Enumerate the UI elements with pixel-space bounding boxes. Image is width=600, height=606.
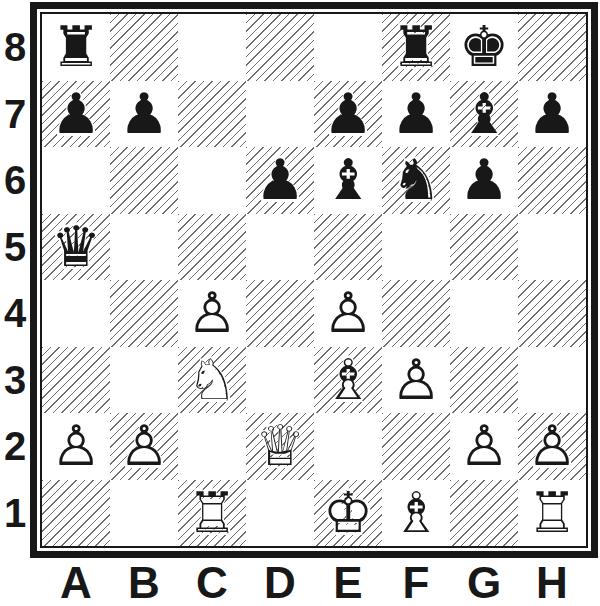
square-d4[interactable] <box>246 280 314 347</box>
square-b1[interactable] <box>110 480 178 547</box>
black-rook-icon: ♜♜ <box>42 14 110 81</box>
square-g1[interactable] <box>450 480 518 547</box>
square-d8[interactable] <box>246 14 314 81</box>
black-pawn-icon: ♟♟ <box>314 81 382 148</box>
square-c5[interactable] <box>178 214 246 281</box>
square-e8[interactable] <box>314 14 382 81</box>
white-pawn-icon: ♟♙ <box>314 280 382 347</box>
file-label-e: E <box>314 560 382 606</box>
square-g5[interactable] <box>450 214 518 281</box>
white-bishop-icon: ♝♗ <box>314 347 382 414</box>
white-pawn-icon: ♟♙ <box>178 280 246 347</box>
white-king-icon: ♚♔ <box>314 480 382 547</box>
white-rook-icon: ♜♖ <box>518 480 586 547</box>
white-pawn-icon: ♟♙ <box>518 413 586 480</box>
rank-labels: 87654321 <box>0 14 30 546</box>
square-g7[interactable]: ♝♝ <box>450 81 518 148</box>
file-labels: ABCDEFGH <box>42 560 586 606</box>
square-a3[interactable] <box>42 347 110 414</box>
rank-label-7: 7 <box>0 81 30 148</box>
black-rook-icon: ♜♜ <box>382 14 450 81</box>
white-pawn-icon: ♟♙ <box>382 347 450 414</box>
square-b3[interactable] <box>110 347 178 414</box>
rank-label-3: 3 <box>0 347 30 414</box>
file-label-h: H <box>518 560 586 606</box>
file-label-d: D <box>246 560 314 606</box>
file-label-a: A <box>42 560 110 606</box>
square-e6[interactable]: ♝♝ <box>314 147 382 214</box>
square-e3[interactable]: ♝♗ <box>314 347 382 414</box>
chess-diagram: 87654321 ♜♜♜♜♚♚♟♟♟♟♟♟♟♟♝♝♟♟♟♟♝♝♞♞♟♟♛♛♟♙♟… <box>0 0 600 606</box>
square-d5[interactable] <box>246 214 314 281</box>
square-f1[interactable]: ♝♗ <box>382 480 450 547</box>
rank-label-1: 1 <box>0 480 30 547</box>
white-pawn-icon: ♟♙ <box>110 413 178 480</box>
square-b5[interactable] <box>110 214 178 281</box>
black-pawn-icon: ♟♟ <box>518 81 586 148</box>
square-h7[interactable]: ♟♟ <box>518 81 586 148</box>
square-c8[interactable] <box>178 14 246 81</box>
white-rook-icon: ♜♖ <box>178 480 246 547</box>
square-d6[interactable]: ♟♟ <box>246 147 314 214</box>
square-f4[interactable] <box>382 280 450 347</box>
file-label-f: F <box>382 560 450 606</box>
square-f7[interactable]: ♟♟ <box>382 81 450 148</box>
square-e1[interactable]: ♚♔ <box>314 480 382 547</box>
square-f5[interactable] <box>382 214 450 281</box>
square-a7[interactable]: ♟♟ <box>42 81 110 148</box>
black-bishop-icon: ♝♝ <box>450 81 518 148</box>
square-a1[interactable] <box>42 480 110 547</box>
square-e4[interactable]: ♟♙ <box>314 280 382 347</box>
black-pawn-icon: ♟♟ <box>246 147 314 214</box>
square-e7[interactable]: ♟♟ <box>314 81 382 148</box>
square-b8[interactable] <box>110 14 178 81</box>
square-f6[interactable]: ♞♞ <box>382 147 450 214</box>
square-g8[interactable]: ♚♚ <box>450 14 518 81</box>
square-c1[interactable]: ♜♖ <box>178 480 246 547</box>
square-b4[interactable] <box>110 280 178 347</box>
square-h5[interactable] <box>518 214 586 281</box>
board-frame: ♜♜♜♜♚♚♟♟♟♟♟♟♟♟♝♝♟♟♟♟♝♝♞♞♟♟♛♛♟♙♟♙♞♘♝♗♟♙♟♙… <box>30 2 598 558</box>
board-grid: ♜♜♜♜♚♚♟♟♟♟♟♟♟♟♝♝♟♟♟♟♝♝♞♞♟♟♛♛♟♙♟♙♞♘♝♗♟♙♟♙… <box>42 14 586 546</box>
square-d2[interactable]: ♛♕ <box>246 413 314 480</box>
black-pawn-icon: ♟♟ <box>110 81 178 148</box>
square-g6[interactable]: ♟♟ <box>450 147 518 214</box>
rank-label-4: 4 <box>0 280 30 347</box>
square-c3[interactable]: ♞♘ <box>178 347 246 414</box>
black-pawn-icon: ♟♟ <box>450 147 518 214</box>
square-a6[interactable] <box>42 147 110 214</box>
square-h6[interactable] <box>518 147 586 214</box>
square-c7[interactable] <box>178 81 246 148</box>
black-pawn-icon: ♟♟ <box>382 81 450 148</box>
square-f8[interactable]: ♜♜ <box>382 14 450 81</box>
rank-label-2: 2 <box>0 413 30 480</box>
black-bishop-icon: ♝♝ <box>314 147 382 214</box>
square-f2[interactable] <box>382 413 450 480</box>
white-knight-icon: ♞♘ <box>178 347 246 414</box>
square-e2[interactable] <box>314 413 382 480</box>
square-a8[interactable]: ♜♜ <box>42 14 110 81</box>
square-a5[interactable]: ♛♛ <box>42 214 110 281</box>
square-g2[interactable]: ♟♙ <box>450 413 518 480</box>
white-pawn-icon: ♟♙ <box>42 413 110 480</box>
square-c4[interactable]: ♟♙ <box>178 280 246 347</box>
black-queen-icon: ♛♛ <box>42 214 110 281</box>
square-d7[interactable] <box>246 81 314 148</box>
white-pawn-icon: ♟♙ <box>450 413 518 480</box>
white-queen-icon: ♛♕ <box>246 413 314 480</box>
white-bishop-icon: ♝♗ <box>382 480 450 547</box>
black-knight-icon: ♞♞ <box>382 147 450 214</box>
rank-label-5: 5 <box>0 214 30 281</box>
square-b2[interactable]: ♟♙ <box>110 413 178 480</box>
square-b6[interactable] <box>110 147 178 214</box>
black-king-icon: ♚♚ <box>450 14 518 81</box>
square-h4[interactable] <box>518 280 586 347</box>
square-h8[interactable] <box>518 14 586 81</box>
square-c6[interactable] <box>178 147 246 214</box>
square-d3[interactable] <box>246 347 314 414</box>
square-h3[interactable] <box>518 347 586 414</box>
square-g4[interactable] <box>450 280 518 347</box>
square-c2[interactable] <box>178 413 246 480</box>
square-a2[interactable]: ♟♙ <box>42 413 110 480</box>
file-label-g: G <box>450 560 518 606</box>
black-pawn-icon: ♟♟ <box>42 81 110 148</box>
file-label-c: C <box>178 560 246 606</box>
square-e5[interactable] <box>314 214 382 281</box>
board-inner: ♜♜♜♜♚♚♟♟♟♟♟♟♟♟♝♝♟♟♟♟♝♝♞♞♟♟♛♛♟♙♟♙♞♘♝♗♟♙♟♙… <box>40 12 588 548</box>
square-g3[interactable] <box>450 347 518 414</box>
square-h1[interactable]: ♜♖ <box>518 480 586 547</box>
file-label-b: B <box>110 560 178 606</box>
square-f3[interactable]: ♟♙ <box>382 347 450 414</box>
square-b7[interactable]: ♟♟ <box>110 81 178 148</box>
square-h2[interactable]: ♟♙ <box>518 413 586 480</box>
rank-label-6: 6 <box>0 147 30 214</box>
rank-label-8: 8 <box>0 14 30 81</box>
square-a4[interactable] <box>42 280 110 347</box>
square-d1[interactable] <box>246 480 314 547</box>
